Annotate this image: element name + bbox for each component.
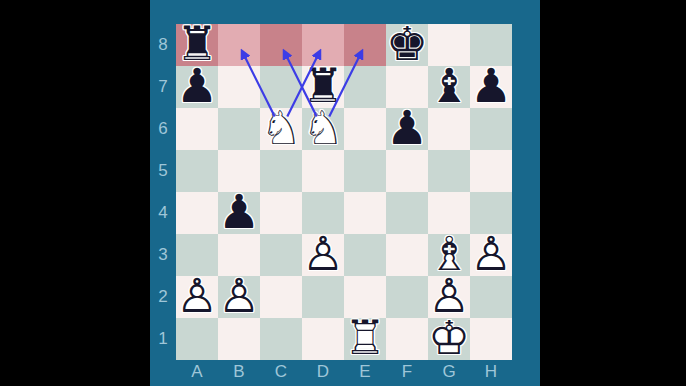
square-a4[interactable] bbox=[176, 192, 218, 234]
square-f1[interactable] bbox=[386, 318, 428, 360]
piece-fill: ♟ bbox=[218, 191, 260, 233]
piece-outline: ♘ bbox=[260, 107, 302, 149]
square-f8[interactable]: ♚ bbox=[386, 24, 428, 66]
letterbox-left bbox=[0, 0, 150, 386]
file-label-e: E bbox=[344, 360, 386, 386]
file-label-g: G bbox=[428, 360, 470, 386]
piece-black-pawn[interactable]: ♟ bbox=[386, 108, 428, 150]
piece-outline: ♘ bbox=[302, 107, 344, 149]
piece-outline: ♙ bbox=[470, 233, 512, 275]
letterbox-right bbox=[540, 0, 686, 386]
square-h5[interactable] bbox=[470, 150, 512, 192]
square-c2[interactable] bbox=[260, 276, 302, 318]
piece-black-pawn[interactable]: ♟ bbox=[470, 66, 512, 108]
square-f4[interactable] bbox=[386, 192, 428, 234]
piece-black-bishop[interactable]: ♝ bbox=[428, 66, 470, 108]
square-f3[interactable] bbox=[386, 234, 428, 276]
file-label-b: B bbox=[218, 360, 260, 386]
square-e7[interactable] bbox=[344, 66, 386, 108]
piece-white-knight[interactable]: ♞♘ bbox=[260, 108, 302, 150]
piece-outline: ♙ bbox=[218, 275, 260, 317]
square-c3[interactable] bbox=[260, 234, 302, 276]
square-f5[interactable] bbox=[386, 150, 428, 192]
square-h6[interactable] bbox=[470, 108, 512, 150]
piece-fill: ♝ bbox=[428, 65, 470, 107]
square-e3[interactable] bbox=[344, 234, 386, 276]
square-f6[interactable]: ♟ bbox=[386, 108, 428, 150]
square-a7[interactable]: ♟ bbox=[176, 66, 218, 108]
square-h3[interactable]: ♟♙ bbox=[470, 234, 512, 276]
piece-white-pawn[interactable]: ♟♙ bbox=[218, 276, 260, 318]
piece-white-knight[interactable]: ♞♘ bbox=[302, 108, 344, 150]
piece-black-king[interactable]: ♚ bbox=[386, 24, 428, 66]
square-c1[interactable] bbox=[260, 318, 302, 360]
square-e1[interactable]: ♜♖ bbox=[344, 318, 386, 360]
piece-outline: ♖ bbox=[344, 317, 386, 359]
square-c4[interactable] bbox=[260, 192, 302, 234]
piece-black-pawn[interactable]: ♟ bbox=[176, 66, 218, 108]
square-h1[interactable] bbox=[470, 318, 512, 360]
square-a6[interactable] bbox=[176, 108, 218, 150]
square-a2[interactable]: ♟♙ bbox=[176, 276, 218, 318]
square-a1[interactable] bbox=[176, 318, 218, 360]
rank-label-4: 4 bbox=[150, 192, 176, 234]
piece-black-pawn[interactable]: ♟ bbox=[218, 192, 260, 234]
square-c5[interactable] bbox=[260, 150, 302, 192]
square-g5[interactable] bbox=[428, 150, 470, 192]
app-background: 87654321 ♜♚♟♜♝♟♞♘♞♘♟♟♟♙♝♗♟♙♟♙♟♙♟♙♜♖♚♔ AB… bbox=[0, 0, 686, 386]
piece-white-pawn[interactable]: ♟♙ bbox=[302, 234, 344, 276]
rank-label-5: 5 bbox=[150, 150, 176, 192]
square-c6[interactable]: ♞♘ bbox=[260, 108, 302, 150]
square-b8[interactable] bbox=[218, 24, 260, 66]
square-b7[interactable] bbox=[218, 66, 260, 108]
rank-label-1: 1 bbox=[150, 318, 176, 360]
square-g1[interactable]: ♚♔ bbox=[428, 318, 470, 360]
piece-fill: ♟ bbox=[470, 65, 512, 107]
square-e8[interactable] bbox=[344, 24, 386, 66]
rank-labels: 87654321 bbox=[150, 24, 176, 360]
square-a5[interactable] bbox=[176, 150, 218, 192]
piece-white-pawn[interactable]: ♟♙ bbox=[176, 276, 218, 318]
square-g7[interactable]: ♝ bbox=[428, 66, 470, 108]
file-label-f: F bbox=[386, 360, 428, 386]
piece-outline: ♔ bbox=[428, 317, 470, 359]
chess-board[interactable]: ♜♚♟♜♝♟♞♘♞♘♟♟♟♙♝♗♟♙♟♙♟♙♟♙♜♖♚♔ bbox=[176, 24, 512, 360]
file-label-h: H bbox=[470, 360, 512, 386]
rank-label-3: 3 bbox=[150, 234, 176, 276]
rank-label-7: 7 bbox=[150, 66, 176, 108]
file-label-a: A bbox=[176, 360, 218, 386]
square-b2[interactable]: ♟♙ bbox=[218, 276, 260, 318]
square-e6[interactable] bbox=[344, 108, 386, 150]
file-labels: ABCDEFGH bbox=[176, 360, 512, 386]
file-label-c: C bbox=[260, 360, 302, 386]
square-c8[interactable] bbox=[260, 24, 302, 66]
rank-label-8: 8 bbox=[150, 24, 176, 66]
piece-outline: ♙ bbox=[176, 275, 218, 317]
square-h7[interactable]: ♟ bbox=[470, 66, 512, 108]
piece-fill: ♟ bbox=[176, 65, 218, 107]
piece-white-rook[interactable]: ♜♖ bbox=[344, 318, 386, 360]
square-d2[interactable] bbox=[302, 276, 344, 318]
square-d5[interactable] bbox=[302, 150, 344, 192]
square-g6[interactable] bbox=[428, 108, 470, 150]
square-f2[interactable] bbox=[386, 276, 428, 318]
file-label-d: D bbox=[302, 360, 344, 386]
piece-outline: ♙ bbox=[302, 233, 344, 275]
piece-white-pawn[interactable]: ♟♙ bbox=[470, 234, 512, 276]
square-d6[interactable]: ♞♘ bbox=[302, 108, 344, 150]
square-d1[interactable] bbox=[302, 318, 344, 360]
rank-label-6: 6 bbox=[150, 108, 176, 150]
piece-fill: ♟ bbox=[386, 107, 428, 149]
piece-white-king[interactable]: ♚♔ bbox=[428, 318, 470, 360]
square-b1[interactable] bbox=[218, 318, 260, 360]
square-b6[interactable] bbox=[218, 108, 260, 150]
square-e4[interactable] bbox=[344, 192, 386, 234]
square-b4[interactable]: ♟ bbox=[218, 192, 260, 234]
square-d3[interactable]: ♟♙ bbox=[302, 234, 344, 276]
piece-fill: ♚ bbox=[386, 23, 428, 65]
rank-label-2: 2 bbox=[150, 276, 176, 318]
square-e5[interactable] bbox=[344, 150, 386, 192]
square-h2[interactable] bbox=[470, 276, 512, 318]
